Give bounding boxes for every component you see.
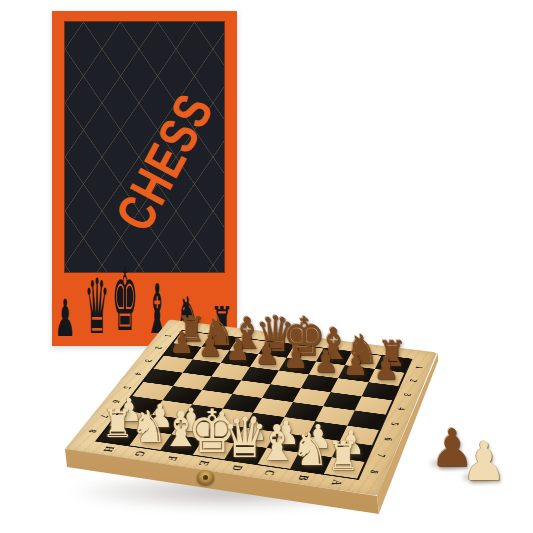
brass-clasp	[197, 470, 214, 485]
rank-label-left-2: 2	[152, 346, 163, 349]
rank-label-right-7: 7	[375, 453, 388, 457]
rank-label-left-5: 5	[121, 385, 133, 389]
chess-box-cover: CHESS ♟♛♚♝♞♜	[52, 11, 237, 346]
file-label-f: F	[164, 455, 180, 461]
rank-label-left-3: 3	[142, 359, 154, 363]
rank-label-left-1: 1	[162, 334, 173, 337]
offboard-dark-pawn: ♟	[431, 422, 474, 474]
file-label-a: A	[329, 479, 345, 486]
silhouette-king: ♚	[112, 256, 139, 344]
rank-label-right-6: 6	[382, 437, 395, 441]
product-photo-stage: CHESS ♟♛♚♝♞♜ HGFEDCBA1122334455667788 ♜♞…	[0, 0, 533, 533]
rank-label-right-5: 5	[388, 422, 400, 426]
offboard-pawn-shadow	[431, 459, 461, 468]
offboard-pawn-shadow	[463, 473, 493, 482]
silhouette-queen: ♛	[84, 268, 109, 344]
rank-label-right-8: 8	[367, 470, 380, 475]
file-label-g: G	[132, 450, 149, 457]
file-label-d: D	[229, 464, 245, 471]
file-label-b: B	[295, 474, 311, 481]
rank-label-left-6: 6	[110, 400, 122, 404]
rank-label-right-1: 1	[413, 366, 424, 370]
rank-label-right-3: 3	[401, 393, 413, 397]
rank-label-right-2: 2	[407, 379, 419, 383]
silhouette-pawn: ♟	[54, 293, 75, 344]
file-label-h: H	[100, 446, 117, 453]
rank-label-left-4: 4	[132, 372, 144, 376]
file-label-e: E	[196, 460, 212, 467]
rank-label-left-7: 7	[98, 414, 111, 418]
rank-label-right-4: 4	[395, 407, 407, 411]
rank-label-left-8: 8	[86, 429, 99, 433]
file-label-c: C	[262, 469, 278, 476]
square-a8	[323, 457, 364, 479]
offboard-light-pawn: ♟	[462, 435, 507, 489]
